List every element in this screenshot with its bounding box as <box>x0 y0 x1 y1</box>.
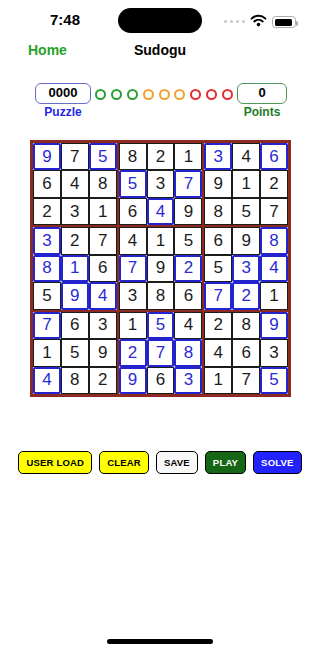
sudoku-cell-r9c3[interactable]: 2 <box>89 367 117 394</box>
sudoku-cell-r2c9[interactable]: 2 <box>260 170 288 197</box>
difficulty-dot-3-green[interactable] <box>127 89 138 100</box>
sudoku-cell-r1c9[interactable]: 6 <box>260 143 288 170</box>
sudoku-cell-r2c5[interactable]: 3 <box>147 170 175 197</box>
sudoku-cell-r8c1[interactable]: 1 <box>33 339 61 366</box>
sudoku-cell-r8c9[interactable]: 3 <box>260 339 288 366</box>
sudoku-cell-r1c2[interactable]: 7 <box>61 143 89 170</box>
difficulty-dot-1-green[interactable] <box>95 89 106 100</box>
sudoku-box-1: 975648231 <box>32 142 118 226</box>
sudoku-cell-r9c5[interactable]: 6 <box>147 367 175 394</box>
sudoku-cell-r6c5[interactable]: 8 <box>147 282 175 309</box>
sudoku-cell-r8c5[interactable]: 7 <box>147 339 175 366</box>
sudoku-cell-r7c1[interactable]: 7 <box>33 312 61 339</box>
sudoku-cell-r4c1[interactable]: 3 <box>33 227 61 254</box>
sudoku-cell-r8c4[interactable]: 2 <box>119 339 147 366</box>
difficulty-dot-7-red[interactable] <box>190 89 201 100</box>
sudoku-cell-r9c2[interactable]: 8 <box>61 367 89 394</box>
save-button[interactable]: SAVE <box>156 451 198 474</box>
difficulty-dots <box>95 89 233 100</box>
sudoku-cell-r6c3[interactable]: 4 <box>89 282 117 309</box>
sudoku-cell-r3c5[interactable]: 4 <box>147 198 175 225</box>
difficulty-dot-9-red[interactable] <box>222 89 233 100</box>
puzzle-label: Puzzle <box>35 105 91 119</box>
sudoku-cell-r6c4[interactable]: 3 <box>119 282 147 309</box>
difficulty-dot-2-green[interactable] <box>111 89 122 100</box>
status-time: 7:48 <box>40 11 90 28</box>
sudoku-cell-r1c1[interactable]: 9 <box>33 143 61 170</box>
sudoku-cell-r4c3[interactable]: 7 <box>89 227 117 254</box>
page-title: Sudogu <box>10 42 310 58</box>
sudoku-box-9: 289463175 <box>203 311 289 395</box>
sudoku-cell-r2c8[interactable]: 1 <box>232 170 260 197</box>
sudoku-cell-r3c2[interactable]: 3 <box>61 198 89 225</box>
sudoku-cell-r4c4[interactable]: 4 <box>119 227 147 254</box>
sudoku-box-8: 154278963 <box>118 311 204 395</box>
app-screen: 7:48 Home Sudogu 0000 Puzzle 0 Points 97… <box>10 0 310 650</box>
difficulty-dot-5-orange[interactable] <box>159 89 170 100</box>
difficulty-dot-6-orange[interactable] <box>174 89 185 100</box>
points-label: Points <box>237 105 287 119</box>
sudoku-cell-r2c6[interactable]: 7 <box>174 170 202 197</box>
sudoku-box-2: 821537649 <box>118 142 204 226</box>
sudoku-cell-r5c7[interactable]: 5 <box>204 255 232 282</box>
sudoku-cell-r1c7[interactable]: 3 <box>204 143 232 170</box>
sudoku-cell-r3c6[interactable]: 9 <box>174 198 202 225</box>
sudoku-cell-r4c5[interactable]: 1 <box>147 227 175 254</box>
sudoku-cell-r8c3[interactable]: 9 <box>89 339 117 366</box>
sudoku-box-7: 763159482 <box>32 311 118 395</box>
home-indicator[interactable] <box>107 639 213 644</box>
clear-button[interactable]: CLEAR <box>99 451 149 474</box>
sudoku-cell-r6c2[interactable]: 9 <box>61 282 89 309</box>
sudoku-cell-r5c9[interactable]: 4 <box>260 255 288 282</box>
cellular-signal-icon <box>224 20 245 25</box>
sudoku-cell-r3c8[interactable]: 5 <box>232 198 260 225</box>
sudoku-cell-r5c3[interactable]: 6 <box>89 255 117 282</box>
wifi-icon <box>250 13 267 31</box>
sudoku-cell-r3c1[interactable]: 2 <box>33 198 61 225</box>
sudoku-cell-r5c4[interactable]: 7 <box>119 255 147 282</box>
button-bar: USER LOAD CLEAR SAVE PLAY SOLVE <box>10 451 310 474</box>
difficulty-dot-8-red[interactable] <box>206 89 217 100</box>
user-load-button[interactable]: USER LOAD <box>18 451 92 474</box>
difficulty-dot-4-orange[interactable] <box>143 89 154 100</box>
sudoku-cell-r9c9[interactable]: 5 <box>260 367 288 394</box>
sudoku-board: 9756482318215376493469128573278165944157… <box>30 140 291 397</box>
sudoku-box-3: 346912857 <box>203 142 289 226</box>
sudoku-cell-r4c6[interactable]: 5 <box>174 227 202 254</box>
sudoku-cell-r8c6[interactable]: 8 <box>174 339 202 366</box>
sudoku-cell-r2c7[interactable]: 9 <box>204 170 232 197</box>
sudoku-cell-r5c6[interactable]: 2 <box>174 255 202 282</box>
sudoku-cell-r3c4[interactable]: 6 <box>119 198 147 225</box>
sudoku-cell-r2c4[interactable]: 5 <box>119 170 147 197</box>
battery-icon <box>272 16 296 28</box>
sudoku-cell-r1c5[interactable]: 2 <box>147 143 175 170</box>
sudoku-cell-r6c1[interactable]: 5 <box>33 282 61 309</box>
sudoku-cell-r5c5[interactable]: 9 <box>147 255 175 282</box>
sudoku-cell-r4c2[interactable]: 2 <box>61 227 89 254</box>
sudoku-cell-r1c6[interactable]: 1 <box>174 143 202 170</box>
sudoku-cell-r7c6[interactable]: 4 <box>174 312 202 339</box>
sudoku-cell-r1c3[interactable]: 5 <box>89 143 117 170</box>
sudoku-cell-r6c7[interactable]: 7 <box>204 282 232 309</box>
sudoku-cell-r3c9[interactable]: 7 <box>260 198 288 225</box>
sudoku-cell-r4c7[interactable]: 6 <box>204 227 232 254</box>
sudoku-cell-r6c8[interactable]: 2 <box>232 282 260 309</box>
sudoku-cell-r7c5[interactable]: 5 <box>147 312 175 339</box>
sudoku-cell-r6c6[interactable]: 6 <box>174 282 202 309</box>
sudoku-cell-r7c2[interactable]: 6 <box>61 312 89 339</box>
sudoku-cell-r7c4[interactable]: 1 <box>119 312 147 339</box>
sudoku-box-6: 698534721 <box>203 226 289 310</box>
sudoku-cell-r5c1[interactable]: 8 <box>33 255 61 282</box>
sudoku-box-5: 415792386 <box>118 226 204 310</box>
sudoku-cell-r9c1[interactable]: 4 <box>33 367 61 394</box>
sudoku-cell-r7c3[interactable]: 3 <box>89 312 117 339</box>
dynamic-island <box>118 8 202 33</box>
status-icons <box>224 13 296 31</box>
sudoku-cell-r2c2[interactable]: 4 <box>61 170 89 197</box>
sudoku-cell-r8c8[interactable]: 6 <box>232 339 260 366</box>
points-field: 0 <box>237 83 287 104</box>
sudoku-cell-r4c9[interactable]: 8 <box>260 227 288 254</box>
sudoku-cell-r8c2[interactable]: 5 <box>61 339 89 366</box>
solve-button[interactable]: SOLVE <box>253 451 302 474</box>
sudoku-cell-r5c2[interactable]: 1 <box>61 255 89 282</box>
play-button[interactable]: PLAY <box>205 451 246 474</box>
sudoku-cell-r2c3[interactable]: 8 <box>89 170 117 197</box>
sudoku-cell-r7c7[interactable]: 2 <box>204 312 232 339</box>
sudoku-cell-r9c6[interactable]: 3 <box>174 367 202 394</box>
sudoku-cell-r5c8[interactable]: 3 <box>232 255 260 282</box>
sudoku-cell-r9c4[interactable]: 9 <box>119 367 147 394</box>
sudoku-cell-r9c8[interactable]: 7 <box>232 367 260 394</box>
sudoku-box-4: 327816594 <box>32 226 118 310</box>
sudoku-cell-r8c7[interactable]: 4 <box>204 339 232 366</box>
sudoku-cell-r1c8[interactable]: 4 <box>232 143 260 170</box>
sudoku-cell-r4c8[interactable]: 9 <box>232 227 260 254</box>
sudoku-cell-r7c9[interactable]: 9 <box>260 312 288 339</box>
sudoku-cell-r3c7[interactable]: 8 <box>204 198 232 225</box>
sudoku-cell-r6c9[interactable]: 1 <box>260 282 288 309</box>
sudoku-cell-r2c1[interactable]: 6 <box>33 170 61 197</box>
puzzle-number-field[interactable]: 0000 <box>35 83 91 104</box>
sudoku-cell-r7c8[interactable]: 8 <box>232 312 260 339</box>
sudoku-cell-r1c4[interactable]: 8 <box>119 143 147 170</box>
sudoku-cell-r3c3[interactable]: 1 <box>89 198 117 225</box>
sudoku-cell-r9c7[interactable]: 1 <box>204 367 232 394</box>
